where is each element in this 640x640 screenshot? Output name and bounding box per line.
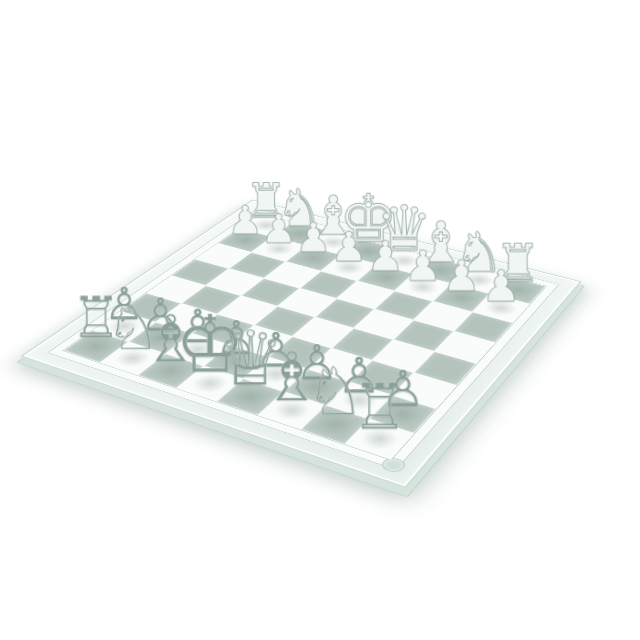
checker-grid: ♜♞♝♚♛♝♞♜♟♟♟♟♟♟♟♟♙♙♙♙♙♙♙♙♖♘♗♔♕♗♘♖ — [64, 214, 546, 460]
background: { "game": "chess", "variant": "glass che… — [0, 0, 640, 640]
piece-black-rook[interactable]: ♖ — [317, 376, 443, 439]
scene: ♜♞♝♚♛♝♞♜♟♟♟♟♟♟♟♟♙♙♙♙♙♙♙♙♖♘♗♔♕♗♘♖ — [0, 0, 640, 640]
piece-white-pawn[interactable]: ♟ — [448, 265, 555, 308]
chess-board: ♜♞♝♚♛♝♞♜♟♟♟♟♟♟♟♟♙♙♙♙♙♙♙♙♖♘♗♔♕♗♘♖ — [20, 199, 582, 488]
